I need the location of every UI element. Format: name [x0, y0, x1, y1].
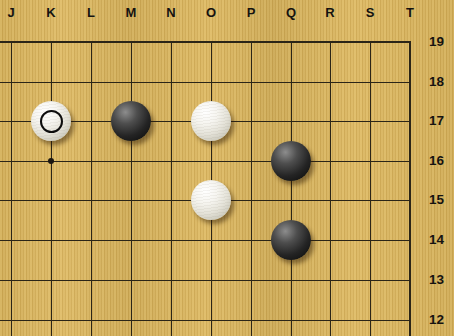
grid-line-h — [0, 161, 411, 162]
grid-line-v — [11, 42, 12, 336]
column-label-s: S — [359, 4, 381, 21]
star-point-k16 — [48, 158, 54, 164]
black-stone-q16[interactable] — [271, 141, 311, 181]
grid-line-v — [51, 42, 52, 336]
row-label-12: 12 — [416, 311, 444, 329]
white-stone-o17[interactable] — [191, 101, 231, 141]
row-label-13: 13 — [416, 271, 444, 289]
grid-line-v — [291, 42, 292, 336]
row-label-16: 16 — [416, 152, 444, 170]
row-label-15: 15 — [416, 191, 444, 209]
grid-line-v — [131, 42, 132, 336]
black-stone-m17[interactable] — [111, 101, 151, 141]
column-label-p: P — [240, 4, 262, 21]
column-label-t: T — [399, 4, 421, 21]
grid-line-v — [171, 42, 172, 336]
column-label-n: N — [160, 4, 182, 21]
white-stone-o15[interactable] — [191, 180, 231, 220]
column-label-j: J — [0, 4, 22, 21]
column-label-o: O — [200, 4, 222, 21]
grid-line-v — [330, 42, 331, 336]
white-stone-k17[interactable] — [31, 101, 71, 141]
column-label-k: K — [40, 4, 62, 21]
grid-line-h — [0, 240, 411, 241]
grid-line-v — [409, 42, 411, 336]
grid-line-h — [0, 41, 411, 43]
row-label-17: 17 — [416, 112, 444, 130]
grid-line-v — [370, 42, 371, 336]
grid-line-h — [0, 320, 411, 321]
black-stone-q14[interactable] — [271, 220, 311, 260]
grid-line-v — [251, 42, 252, 336]
column-label-m: M — [120, 4, 142, 21]
last-move-circle-marker — [40, 110, 63, 133]
column-label-l: L — [80, 4, 102, 21]
grid-line-v — [91, 42, 92, 336]
column-label-r: R — [319, 4, 341, 21]
grid-line-h — [0, 280, 411, 281]
row-label-18: 18 — [416, 73, 444, 91]
row-label-14: 14 — [416, 231, 444, 249]
row-label-19: 19 — [416, 33, 444, 51]
grid-line-h — [0, 82, 411, 83]
column-label-q: Q — [280, 4, 302, 21]
go-board[interactable]: JKLMNOPQRST1918171615141312 — [0, 0, 454, 336]
